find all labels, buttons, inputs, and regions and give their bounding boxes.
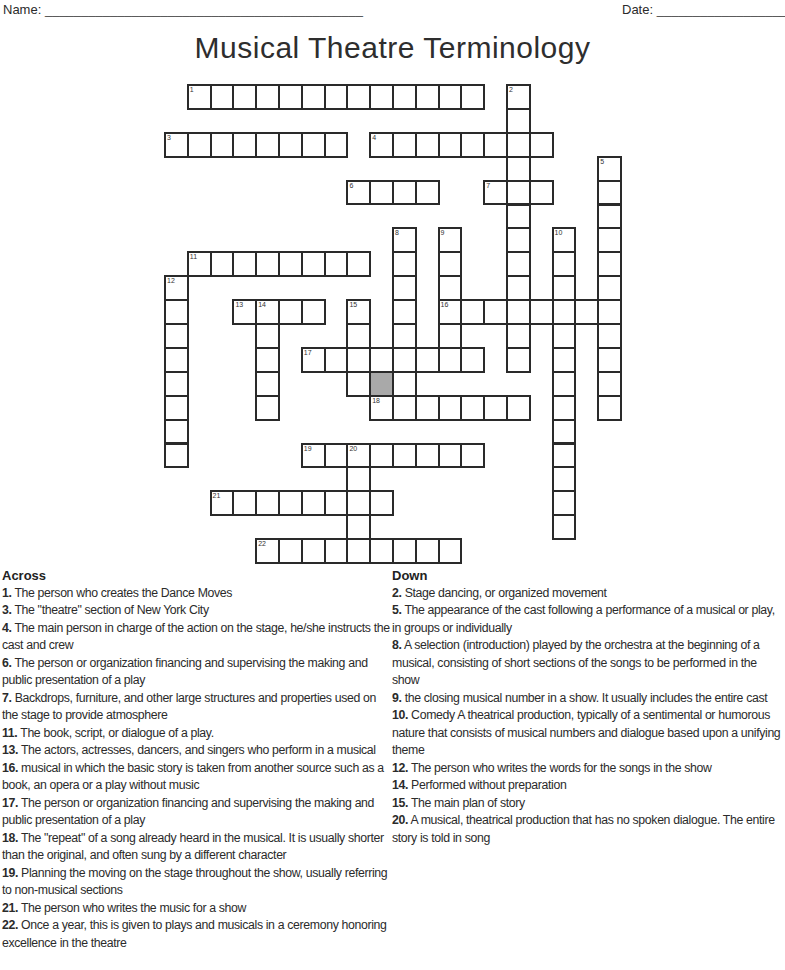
- grid-cell-r2c2[interactable]: [210, 132, 235, 158]
- grid-cell-r9c16[interactable]: [529, 299, 554, 325]
- grid-cell-r9c5[interactable]: [278, 299, 303, 325]
- cell-number-17: 17: [304, 349, 312, 357]
- clue-number-label: 16.: [2, 761, 18, 775]
- across-clue-4: 4. The main person in charge of the acti…: [2, 620, 390, 655]
- grid-cell-r4c19[interactable]: [597, 180, 622, 206]
- grid-cell-r6c19[interactable]: [597, 227, 622, 253]
- down-clue-12: 12. The person who writes the words for …: [392, 760, 783, 778]
- grid-cell-r11c7[interactable]: [324, 347, 349, 373]
- grid-cell-r5c19[interactable]: [597, 204, 622, 230]
- clue-number-label: 15.: [392, 796, 408, 810]
- grid-cell-r10c15[interactable]: [506, 323, 531, 349]
- cell-number-4: 4: [372, 134, 376, 142]
- across-heading: Across: [2, 567, 390, 585]
- grid-cell-r9c8[interactable]: 15: [346, 299, 371, 325]
- grid-cell-r15c12[interactable]: [438, 443, 463, 469]
- cell-number-8: 8: [395, 229, 399, 237]
- grid-cell-r7c12[interactable]: [438, 251, 463, 277]
- grid-cell-r17c6[interactable]: [301, 490, 326, 516]
- grid-cell-r17c5[interactable]: [278, 490, 303, 516]
- grid-cell-r9c18[interactable]: [574, 299, 599, 325]
- clue-number-label: 10.: [392, 708, 408, 722]
- grid-cell-r1c15[interactable]: [506, 108, 531, 134]
- grid-cell-r13c13[interactable]: [460, 395, 485, 421]
- name-blank-line: ________________________________________…: [45, 2, 363, 17]
- cell-number-5: 5: [600, 158, 604, 166]
- cell-number-14: 14: [258, 301, 266, 309]
- cell-number-15: 15: [349, 301, 357, 309]
- grid-cell-r9c0[interactable]: [164, 299, 189, 325]
- grid-cell-r19c5[interactable]: [278, 538, 303, 564]
- grid-cell-r10c4[interactable]: [255, 323, 280, 349]
- across-clue-16: 16. musical in which the basic story is …: [2, 760, 390, 795]
- grid-cell-r18c17[interactable]: [552, 514, 577, 540]
- clue-number-label: 14.: [392, 778, 408, 792]
- cell-number-1: 1: [190, 86, 194, 94]
- grid-cell-r17c17[interactable]: [552, 490, 577, 516]
- grid-cell-r2c5[interactable]: [278, 132, 303, 158]
- grid-cell-r0c8[interactable]: [346, 84, 371, 110]
- page-title: Musical Theatre Terminology: [0, 31, 785, 65]
- clue-text: The "theatre" section of New York City: [12, 603, 209, 617]
- grid-cell-r6c15[interactable]: [506, 227, 531, 253]
- grid-cell-r17c8[interactable]: [346, 490, 371, 516]
- grid-cell-r11c0[interactable]: [164, 347, 189, 373]
- grid-cell-r11c19[interactable]: [597, 347, 622, 373]
- clue-text: The person or organization financing and…: [2, 656, 368, 688]
- cell-number-3: 3: [167, 134, 171, 142]
- clue-number-label: 17.: [2, 796, 18, 810]
- grid-cell-r3c19[interactable]: 5: [597, 156, 622, 182]
- grid-cell-r2c1[interactable]: [187, 132, 212, 158]
- grid-cell-r14c17[interactable]: [552, 419, 577, 445]
- grid-cell-r9c6[interactable]: [301, 299, 326, 325]
- clue-number-label: 21.: [2, 901, 18, 915]
- grid-cell-r0c13[interactable]: [460, 84, 485, 110]
- grid-cell-r14c0[interactable]: [164, 419, 189, 445]
- cell-number-12: 12: [167, 277, 175, 285]
- grid-cell-r0c11[interactable]: [415, 84, 440, 110]
- grid-cell-r4c11[interactable]: [415, 180, 440, 206]
- clue-number-label: 3.: [2, 603, 12, 617]
- grid-cell-r19c8[interactable]: [346, 538, 371, 564]
- clue-text: The actors, actresses, dancers, and sing…: [18, 743, 376, 757]
- grid-cell-r19c10[interactable]: [392, 538, 417, 564]
- clue-number-label: 4.: [2, 621, 12, 635]
- across-clue-22: 22. Once a year, this is given to plays …: [2, 917, 390, 952]
- grid-cell-r2c7[interactable]: [324, 132, 349, 158]
- grid-cell-r9c14[interactable]: [483, 299, 508, 325]
- grid-cell-r2c9[interactable]: 4: [369, 132, 394, 158]
- grid-cell-r15c10[interactable]: [392, 443, 417, 469]
- clue-number-label: 9.: [392, 691, 402, 705]
- grid-cell-r0c15[interactable]: 2: [506, 84, 531, 110]
- grid-cell-r11c15[interactable]: [506, 347, 531, 373]
- cell-number-7: 7: [486, 182, 490, 190]
- grid-cell-r4c10[interactable]: [392, 180, 417, 206]
- grid-cell-r19c7[interactable]: [324, 538, 349, 564]
- clue-number-label: 18.: [2, 831, 18, 845]
- grid-cell-r2c16[interactable]: [529, 132, 554, 158]
- cell-number-11: 11: [190, 253, 197, 261]
- grid-cell-r8c19[interactable]: [597, 275, 622, 301]
- grid-cell-r12c0[interactable]: [164, 371, 189, 397]
- across-clue-18: 18. The "repeat" of a song already heard…: [2, 830, 390, 865]
- across-clue-17: 17. The person or organization financing…: [2, 795, 390, 830]
- grid-cell-r8c15[interactable]: [506, 275, 531, 301]
- clue-text: Comedy A theatrical production, typicall…: [392, 708, 780, 757]
- grid-cell-r17c2[interactable]: 21: [210, 490, 235, 516]
- grid-cell-r10c17[interactable]: [552, 323, 577, 349]
- grid-cell-r9c13[interactable]: [460, 299, 485, 325]
- grid-cell-r2c12[interactable]: [438, 132, 463, 158]
- grid-cell-r7c4[interactable]: [255, 251, 280, 277]
- date-block: Date: ___________________: [622, 2, 785, 17]
- grid-cell-r4c16[interactable]: [529, 180, 554, 206]
- grid-cell-r19c4[interactable]: 22: [255, 538, 280, 564]
- grid-cell-r6c12[interactable]: 9: [438, 227, 463, 253]
- grid-cell-r8c12[interactable]: [438, 275, 463, 301]
- clue-text: The person who writes the words for the …: [408, 761, 711, 775]
- grid-cell-r0c10[interactable]: [392, 84, 417, 110]
- grid-cell-r15c6[interactable]: 19: [301, 443, 326, 469]
- grid-cell-r11c8[interactable]: [346, 347, 371, 373]
- grid-cell-r9c17[interactable]: [552, 299, 577, 325]
- crossword-grid: 12345678910111213141516171819202122: [164, 84, 622, 564]
- grid-cell-r7c1[interactable]: 11: [187, 251, 212, 277]
- clues-section: Across 1. The person who creates the Dan…: [0, 567, 785, 952]
- grid-cell-r11c9[interactable]: [369, 347, 394, 373]
- grid-cell-r9c19[interactable]: [597, 299, 622, 325]
- name-label: Name:: [3, 2, 41, 17]
- cell-number-9: 9: [441, 229, 445, 237]
- grid-cell-r12c4[interactable]: [255, 371, 280, 397]
- grid-cell-r0c2[interactable]: [210, 84, 235, 110]
- grid-cell-r10c10[interactable]: [392, 323, 417, 349]
- grid-cell-r10c19[interactable]: [597, 323, 622, 349]
- grid-cell-r6c17[interactable]: 10: [552, 227, 577, 253]
- grid-cell-r2c3[interactable]: [232, 132, 257, 158]
- grid-cell-r13c9[interactable]: 18: [369, 395, 394, 421]
- grid-cell-r16c17[interactable]: [552, 466, 577, 492]
- grid-cell-r0c3[interactable]: [232, 84, 257, 110]
- clue-text: The main plan of story: [408, 796, 525, 810]
- date-blank-line: ___________________: [657, 2, 785, 17]
- across-clue-11: 11. The book, script, or dialogue of a p…: [2, 725, 390, 743]
- clue-number-label: 8.: [392, 638, 402, 652]
- grid-cell-r11c4[interactable]: [255, 347, 280, 373]
- grid-cell-r17c7[interactable]: [324, 490, 349, 516]
- clue-number-label: 7.: [2, 691, 12, 705]
- clue-text: Stage dancing, or organized movement: [402, 586, 607, 600]
- clue-text: The person who creates the Dance Moves: [12, 586, 233, 600]
- date-label: Date:: [622, 2, 653, 17]
- name-block: Name: __________________________________…: [3, 2, 363, 17]
- grid-cell-r4c15[interactable]: [506, 180, 531, 206]
- grid-cell-r13c10[interactable]: [392, 395, 417, 421]
- down-clue-9: 9. the closing musical number in a show.…: [392, 690, 783, 708]
- grid-cell-r19c12[interactable]: [438, 538, 463, 564]
- grid-cell-r11c17[interactable]: [552, 347, 577, 373]
- grid-cell-r0c5[interactable]: [278, 84, 303, 110]
- clue-text: The person or organization financing and…: [2, 796, 374, 828]
- cell-number-21: 21: [213, 492, 221, 500]
- grid-cell-r7c8[interactable]: [346, 251, 371, 277]
- clue-text: Planning the moving on the stage through…: [2, 866, 387, 898]
- cell-number-2: 2: [509, 86, 513, 94]
- grid-cell-r13c4[interactable]: [255, 395, 280, 421]
- grid-cell-r16c8[interactable]: [346, 466, 371, 492]
- grid-cell-r12c8[interactable]: [346, 371, 371, 397]
- down-clue-15: 15. The main plan of story: [392, 795, 783, 813]
- grid-cell-r12c10[interactable]: [392, 371, 417, 397]
- clue-number-label: 5.: [392, 603, 402, 617]
- grid-cell-r11c6[interactable]: 17: [301, 347, 326, 373]
- grid-cell-r8c17[interactable]: [552, 275, 577, 301]
- grid-cell-r4c9[interactable]: [369, 180, 394, 206]
- grid-cell-r12c17[interactable]: [552, 371, 577, 397]
- across-clue-6: 6. The person or organization financing …: [2, 655, 390, 690]
- clue-text: The book, script, or dialogue of a play.: [17, 726, 213, 740]
- clue-text: Once a year, this is given to plays and …: [2, 918, 387, 950]
- down-clue-14: 14. Performed without preparation: [392, 777, 783, 795]
- cell-number-10: 10: [555, 229, 563, 237]
- grid-cell-r7c6[interactable]: [301, 251, 326, 277]
- clue-text: The "repeat" of a song already heard in …: [2, 831, 384, 863]
- down-clue-20: 20. A musical, theatrical production tha…: [392, 812, 783, 847]
- across-clue-3: 3. The "theatre" section of New York Cit…: [2, 602, 390, 620]
- grid-cell-r7c15[interactable]: [506, 251, 531, 277]
- grid-cell-r2c15[interactable]: [506, 132, 531, 158]
- grid-cell-shaded-r12c9[interactable]: [369, 371, 394, 397]
- clue-number-label: 1.: [2, 586, 12, 600]
- grid-cell-r2c13[interactable]: [460, 132, 485, 158]
- grid-cell-r0c12[interactable]: [438, 84, 463, 110]
- grid-cell-r18c8[interactable]: [346, 514, 371, 540]
- grid-cell-r13c0[interactable]: [164, 395, 189, 421]
- clue-number-label: 22.: [2, 918, 18, 932]
- grid-cell-r9c12[interactable]: 16: [438, 299, 463, 325]
- grid-cell-r5c15[interactable]: [506, 204, 531, 230]
- grid-cell-r9c10[interactable]: [392, 299, 417, 325]
- clue-number-label: 12.: [392, 761, 408, 775]
- across-clue-19: 19. Planning the moving on the stage thr…: [2, 865, 390, 900]
- clue-text: Backdrops, furniture, and other large st…: [2, 691, 376, 723]
- grid-cell-r7c7[interactable]: [324, 251, 349, 277]
- grid-cell-r13c14[interactable]: [483, 395, 508, 421]
- grid-cell-r4c8[interactable]: 6: [346, 180, 371, 206]
- grid-cell-r9c15[interactable]: [506, 299, 531, 325]
- grid-cell-r11c11[interactable]: [415, 347, 440, 373]
- clue-number-label: 6.: [2, 656, 12, 670]
- grid-cell-r11c12[interactable]: [438, 347, 463, 373]
- grid-cell-r2c6[interactable]: [301, 132, 326, 158]
- grid-cell-r2c10[interactable]: [392, 132, 417, 158]
- grid-cell-r15c11[interactable]: [415, 443, 440, 469]
- down-clue-2: 2. Stage dancing, or organized movement: [392, 585, 783, 603]
- grid-cell-r11c13[interactable]: [460, 347, 485, 373]
- grid-cell-r10c12[interactable]: [438, 323, 463, 349]
- cell-number-20: 20: [349, 445, 357, 453]
- clue-text: A selection (introduction) played by the…: [392, 638, 760, 687]
- grid-cell-r13c19[interactable]: [597, 395, 622, 421]
- grid-cell-r11c10[interactable]: [392, 347, 417, 373]
- grid-cell-r7c10[interactable]: [392, 251, 417, 277]
- grid-cell-r15c7[interactable]: [324, 443, 349, 469]
- grid-cell-r17c3[interactable]: [232, 490, 257, 516]
- down-clue-5: 5. The appearance of the cast following …: [392, 602, 783, 637]
- down-clues-list: 2. Stage dancing, or organized movement5…: [392, 585, 783, 848]
- clue-number-label: 13.: [2, 743, 18, 757]
- down-clue-10: 10. Comedy A theatrical production, typi…: [392, 707, 783, 760]
- grid-cell-r9c3[interactable]: 13: [232, 299, 257, 325]
- cell-number-6: 6: [349, 182, 353, 190]
- grid-cell-r15c9[interactable]: [369, 443, 394, 469]
- grid-cell-r19c6[interactable]: [301, 538, 326, 564]
- grid-cell-r0c9[interactable]: [369, 84, 394, 110]
- grid-cell-r13c11[interactable]: [415, 395, 440, 421]
- grid-cell-r2c14[interactable]: [483, 132, 508, 158]
- grid-cell-r15c17[interactable]: [552, 443, 577, 469]
- worksheet-page: Name: __________________________________…: [0, 0, 785, 970]
- clue-number-label: 2.: [392, 586, 402, 600]
- grid-cell-r0c7[interactable]: [324, 84, 349, 110]
- grid-cell-r0c4[interactable]: [255, 84, 280, 110]
- grid-cell-r6c10[interactable]: 8: [392, 227, 417, 253]
- across-clue-7: 7. Backdrops, furniture, and other large…: [2, 690, 390, 725]
- grid-cell-r7c17[interactable]: [552, 251, 577, 277]
- clue-text: musical in which the basic story is take…: [2, 761, 384, 793]
- clue-text: the closing musical number in a show. It…: [402, 691, 768, 705]
- grid-cell-r15c0[interactable]: [164, 443, 189, 469]
- across-clues-column: Across 1. The person who creates the Dan…: [0, 567, 390, 952]
- grid-cell-r9c4[interactable]: 14: [255, 299, 280, 325]
- grid-cell-r13c17[interactable]: [552, 395, 577, 421]
- clue-text: A musical, theatrical production that ha…: [392, 813, 775, 845]
- clue-number-label: 11.: [2, 726, 17, 740]
- grid-cell-r12c19[interactable]: [597, 371, 622, 397]
- grid-cell-r3c15[interactable]: [506, 156, 531, 182]
- grid-cell-r13c15[interactable]: [506, 395, 531, 421]
- grid-cell-r2c11[interactable]: [415, 132, 440, 158]
- clue-number-label: 20.: [392, 813, 408, 827]
- grid-cell-r7c3[interactable]: [232, 251, 257, 277]
- across-clue-1: 1. The person who creates the Dance Move…: [2, 585, 390, 603]
- grid-cell-r7c19[interactable]: [597, 251, 622, 277]
- grid-cell-r13c12[interactable]: [438, 395, 463, 421]
- grid-cell-r15c8[interactable]: 20: [346, 443, 371, 469]
- across-clue-13: 13. The actors, actresses, dancers, and …: [2, 742, 390, 760]
- grid-cell-r19c11[interactable]: [415, 538, 440, 564]
- grid-cell-r17c4[interactable]: [255, 490, 280, 516]
- clue-text: The main person in charge of the action …: [2, 621, 390, 653]
- grid-cell-r7c5[interactable]: [278, 251, 303, 277]
- across-clue-21: 21. The person who writes the music for …: [2, 900, 390, 918]
- clue-text: The appearance of the cast following a p…: [392, 603, 775, 635]
- grid-cell-r0c6[interactable]: [301, 84, 326, 110]
- down-clues-column: Down 2. Stage dancing, or organized move…: [390, 567, 783, 952]
- grid-cell-r10c8[interactable]: [346, 323, 371, 349]
- across-clues-list: 1. The person who creates the Dance Move…: [2, 585, 390, 953]
- grid-cell-r2c4[interactable]: [255, 132, 280, 158]
- cell-number-19: 19: [304, 445, 312, 453]
- cell-number-18: 18: [372, 397, 380, 405]
- cell-number-16: 16: [441, 301, 449, 309]
- grid-cell-r8c0[interactable]: 12: [164, 275, 189, 301]
- clue-number-label: 19.: [2, 866, 18, 880]
- grid-cell-r8c10[interactable]: [392, 275, 417, 301]
- cell-number-13: 13: [235, 301, 243, 309]
- grid-cell-r10c0[interactable]: [164, 323, 189, 349]
- grid-cell-r2c0[interactable]: 3: [164, 132, 189, 158]
- grid-cell-r4c14[interactable]: 7: [483, 180, 508, 206]
- grid-cell-r0c1[interactable]: 1: [187, 84, 212, 110]
- cell-number-22: 22: [258, 540, 266, 548]
- down-clue-8: 8. A selection (introduction) played by …: [392, 637, 783, 690]
- clue-text: Performed without preparation: [408, 778, 566, 792]
- grid-cell-r17c9[interactable]: [369, 490, 394, 516]
- grid-cell-r7c2[interactable]: [210, 251, 235, 277]
- grid-cell-r19c9[interactable]: [369, 538, 394, 564]
- grid-cell-r15c13[interactable]: [460, 443, 485, 469]
- clue-text: The person who writes the music for a sh…: [18, 901, 246, 915]
- down-heading: Down: [392, 567, 783, 585]
